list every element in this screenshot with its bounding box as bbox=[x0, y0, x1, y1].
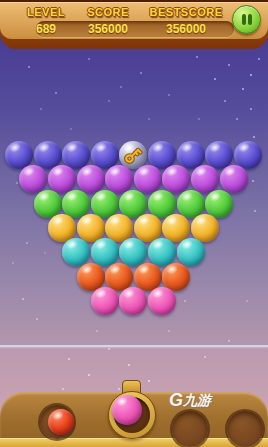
bubble-cyan[interactable] bbox=[148, 238, 176, 266]
score-label: SCORE bbox=[78, 6, 138, 18]
key-icon bbox=[123, 145, 143, 165]
empty-slot-1 bbox=[172, 411, 208, 447]
empty-slot-2 bbox=[227, 411, 263, 447]
bubble-cyan[interactable] bbox=[177, 238, 205, 266]
reserve-bubble[interactable] bbox=[48, 409, 74, 435]
bubble-green[interactable] bbox=[62, 190, 90, 218]
level-value: 689 bbox=[10, 22, 82, 36]
bubble-cyan[interactable] bbox=[62, 238, 90, 266]
game-screen: LEVEL SCORE BESTSCORE 689 356000 356000 … bbox=[0, 0, 268, 447]
pause-button[interactable] bbox=[232, 5, 261, 34]
score-value: 356000 bbox=[78, 22, 138, 36]
pause-icon bbox=[233, 6, 260, 33]
bubble-pink[interactable] bbox=[148, 287, 176, 315]
level-label: LEVEL bbox=[10, 6, 82, 18]
bubble-magenta[interactable] bbox=[134, 165, 162, 193]
bubble-magenta[interactable] bbox=[105, 165, 133, 193]
danger-line bbox=[0, 345, 268, 347]
bubble-cyan[interactable] bbox=[91, 238, 119, 266]
bubble-green[interactable] bbox=[34, 190, 62, 218]
bubble-pink[interactable] bbox=[119, 287, 147, 315]
bubble-green[interactable] bbox=[205, 190, 233, 218]
bubble-orange[interactable] bbox=[134, 263, 162, 291]
bestscore-value: 356000 bbox=[140, 22, 232, 36]
bubble-cyan[interactable] bbox=[119, 238, 147, 266]
bubble-magenta[interactable] bbox=[191, 165, 219, 193]
bubble-magenta[interactable] bbox=[162, 165, 190, 193]
bubble-green[interactable] bbox=[119, 190, 147, 218]
bubble-magenta[interactable] bbox=[48, 165, 76, 193]
bubble-orange[interactable] bbox=[162, 263, 190, 291]
bubble-magenta[interactable] bbox=[19, 165, 47, 193]
launcher[interactable] bbox=[108, 391, 156, 439]
bestscore-label: BESTSCORE bbox=[140, 6, 232, 18]
bubble-orange[interactable] bbox=[105, 263, 133, 291]
watermark-logo: G九游 bbox=[169, 390, 211, 411]
watermark-text: 九游 bbox=[183, 392, 211, 408]
bubble-green[interactable] bbox=[177, 190, 205, 218]
hud: LEVEL SCORE BESTSCORE 689 356000 356000 bbox=[0, 0, 268, 49]
bubble-green[interactable] bbox=[91, 190, 119, 218]
bubble-magenta[interactable] bbox=[220, 165, 248, 193]
board[interactable] bbox=[0, 49, 268, 345]
bubble-pink[interactable] bbox=[91, 287, 119, 315]
current-bubble[interactable] bbox=[112, 395, 142, 425]
bubble-magenta[interactable] bbox=[77, 165, 105, 193]
watermark-glyph: G bbox=[169, 390, 183, 410]
panel-gold-trim bbox=[0, 438, 268, 447]
bubble-orange[interactable] bbox=[77, 263, 105, 291]
